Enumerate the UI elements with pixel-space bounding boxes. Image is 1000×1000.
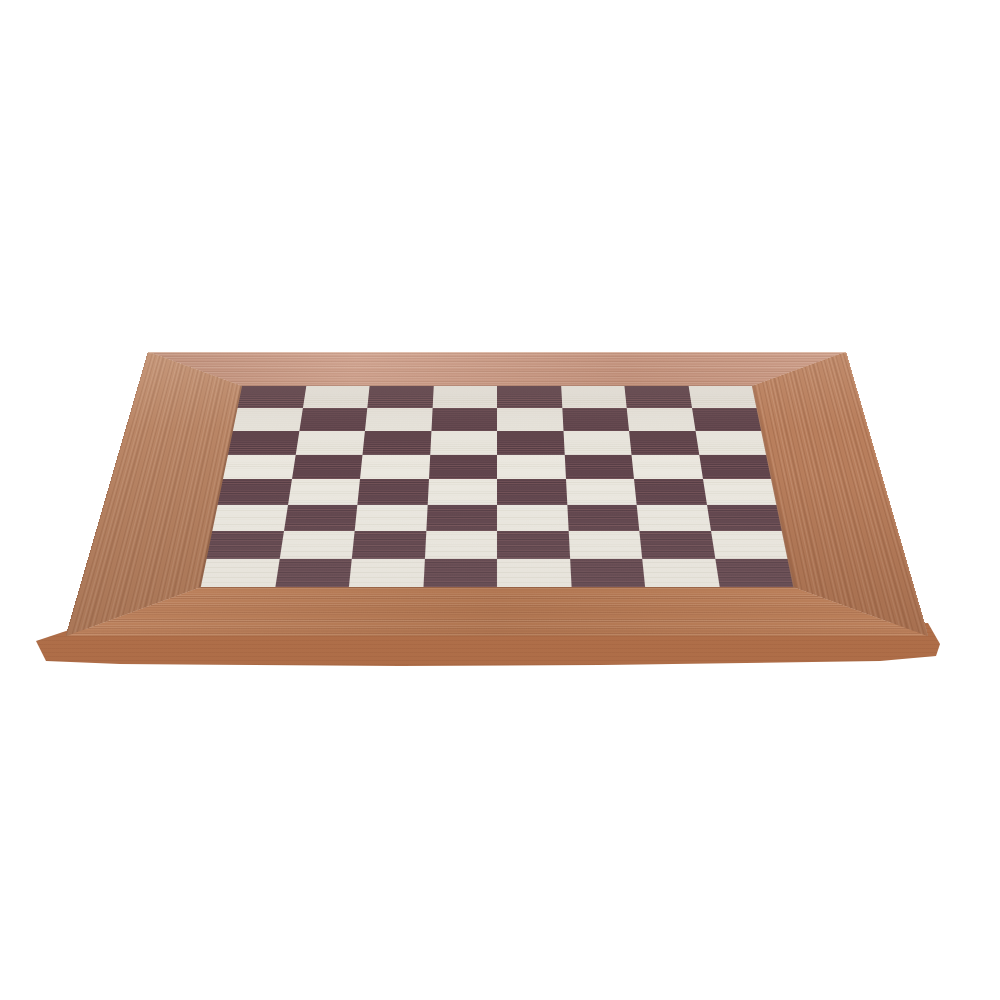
square-f5 — [564, 454, 634, 479]
square-b1 — [275, 558, 352, 587]
square-f1 — [570, 558, 646, 587]
square-b2 — [279, 531, 354, 559]
square-f6 — [563, 431, 631, 455]
square-d4 — [427, 479, 497, 504]
playing-area — [201, 386, 793, 587]
square-g4 — [634, 479, 706, 504]
square-b4 — [288, 479, 360, 504]
square-f2 — [568, 531, 642, 559]
square-h3 — [706, 504, 781, 530]
square-c5 — [360, 454, 430, 479]
square-e8 — [497, 386, 562, 408]
square-a1 — [201, 558, 279, 587]
square-f7 — [562, 408, 629, 431]
square-f4 — [566, 479, 637, 504]
square-e7 — [497, 408, 563, 431]
square-h7 — [692, 408, 762, 431]
square-c4 — [357, 479, 428, 504]
square-c2 — [352, 531, 426, 559]
square-c3 — [355, 504, 428, 530]
square-a6 — [228, 431, 299, 455]
square-h1 — [715, 558, 793, 587]
square-c6 — [363, 431, 431, 455]
square-h2 — [711, 531, 788, 559]
square-f3 — [567, 504, 640, 530]
square-b3 — [283, 504, 357, 530]
square-g5 — [631, 454, 702, 479]
square-e3 — [497, 504, 568, 530]
square-e6 — [497, 431, 564, 455]
square-c7 — [365, 408, 432, 431]
square-d7 — [431, 408, 497, 431]
square-g6 — [629, 431, 699, 455]
square-c1 — [349, 558, 425, 587]
square-d1 — [423, 558, 497, 587]
square-c8 — [367, 386, 433, 408]
square-h8 — [688, 386, 756, 408]
board-top-face — [65, 352, 928, 637]
square-a4 — [218, 479, 292, 504]
square-h5 — [699, 454, 771, 479]
square-g7 — [627, 408, 695, 431]
square-e4 — [497, 479, 567, 504]
square-g2 — [639, 531, 714, 559]
square-h4 — [703, 479, 777, 504]
square-a3 — [212, 504, 287, 530]
square-f8 — [561, 386, 627, 408]
product-photo — [0, 0, 1000, 1000]
square-b8 — [302, 386, 369, 408]
square-a7 — [233, 408, 303, 431]
square-a5 — [223, 454, 295, 479]
square-e2 — [497, 531, 570, 559]
square-d2 — [424, 531, 497, 559]
chess-board — [65, 352, 928, 637]
square-b5 — [292, 454, 363, 479]
square-b7 — [299, 408, 367, 431]
square-g3 — [637, 504, 711, 530]
square-h6 — [695, 431, 766, 455]
square-d8 — [432, 386, 497, 408]
square-d3 — [426, 504, 497, 530]
square-a2 — [207, 531, 284, 559]
square-d6 — [430, 431, 497, 455]
square-a8 — [238, 386, 306, 408]
square-g8 — [624, 386, 691, 408]
square-g1 — [642, 558, 719, 587]
square-e5 — [497, 454, 566, 479]
square-e1 — [497, 558, 571, 587]
square-d5 — [429, 454, 498, 479]
square-b6 — [295, 431, 365, 455]
